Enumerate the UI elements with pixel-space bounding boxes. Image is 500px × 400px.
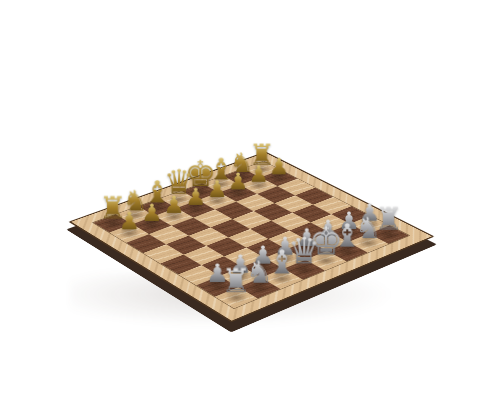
perspective-scene: ♜♟♟♜♞♟♟♞♝♟♟♝♚♟♟♚♛♟♟♛♝♟♟♝♞♟♟♞♜♟♟♜	[0, 0, 500, 400]
chess-board: ♜♟♟♜♞♟♟♞♝♟♟♝♚♟♟♚♛♟♟♛♝♟♟♝♞♟♟♞♜♟♟♜	[68, 152, 434, 323]
product-photo-stage: ♜♟♟♜♞♟♟♞♝♟♟♝♚♟♟♚♛♟♟♛♝♟♟♝♞♟♟♞♜♟♟♜	[0, 0, 500, 400]
board-field: ♜♟♟♜♞♟♟♞♝♟♟♝♚♟♟♚♛♟♟♛♝♟♟♝♞♟♟♞♜♟♟♜	[92, 161, 410, 309]
piece-white-rook: ♜	[213, 264, 260, 297]
square-a1: ♜	[215, 287, 257, 308]
piece-black-pawn: ♟	[107, 209, 151, 233]
